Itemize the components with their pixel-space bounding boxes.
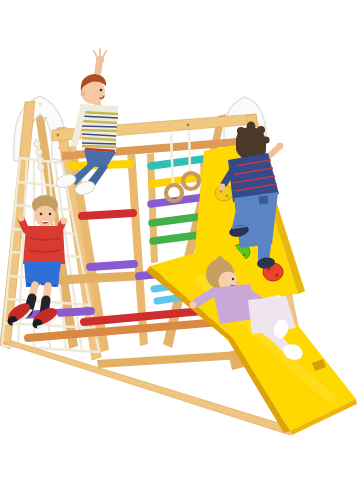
rung-red [82,213,133,216]
rung-purple [90,264,134,267]
product-photo [0,0,360,482]
playset-illustration [0,0,360,482]
wood-bar [58,276,136,280]
